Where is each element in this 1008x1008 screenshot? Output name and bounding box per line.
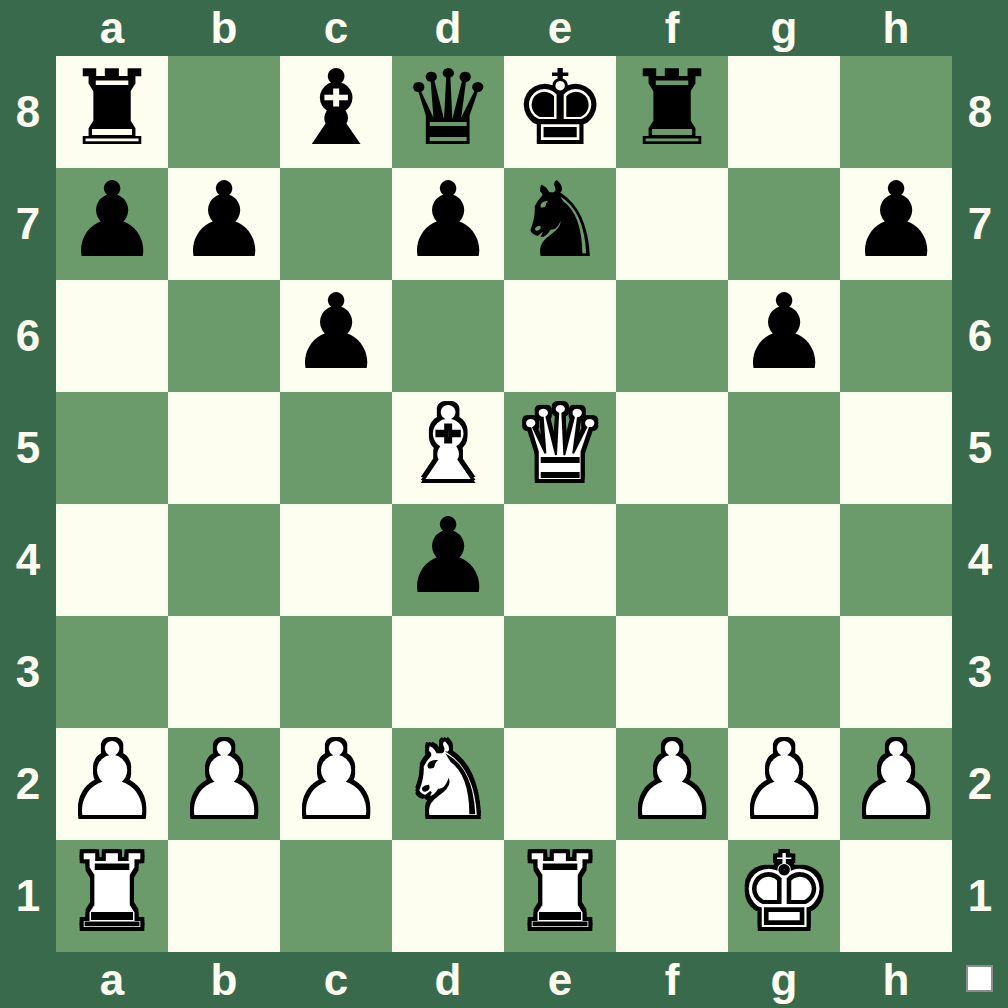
square-c8[interactable]: ♝ <box>280 56 392 168</box>
square-e4[interactable] <box>504 504 616 616</box>
square-g8[interactable] <box>728 56 840 168</box>
square-h4[interactable] <box>840 504 952 616</box>
square-e5[interactable]: ♛ <box>504 392 616 504</box>
file-labels-bottom: abcdefgh <box>56 952 952 1008</box>
piece-black-pawn-d7[interactable]: ♟ <box>401 168 494 272</box>
piece-black-pawn-g6[interactable]: ♟ <box>737 280 830 384</box>
file-label-e: e <box>504 952 616 1008</box>
rank-label-8: 8 <box>0 56 56 168</box>
piece-white-knight-d2[interactable]: ♞ <box>401 728 494 832</box>
rank-label-6: 6 <box>952 280 1008 392</box>
file-label-f: f <box>616 952 728 1008</box>
board: ♜♝♛♚♜♟♟♟♞♟♟♟♝♛♟♟♟♟♞♟♟♟♜♜♚ <box>56 56 952 952</box>
rank-label-7: 7 <box>952 168 1008 280</box>
square-b1[interactable] <box>168 840 280 952</box>
square-g2[interactable]: ♟ <box>728 728 840 840</box>
piece-white-king-g1[interactable]: ♚ <box>737 840 830 944</box>
piece-black-pawn-a7[interactable]: ♟ <box>65 168 158 272</box>
rank-label-3: 3 <box>0 616 56 728</box>
square-a3[interactable] <box>56 616 168 728</box>
square-e7[interactable]: ♞ <box>504 168 616 280</box>
square-f8[interactable]: ♜ <box>616 56 728 168</box>
square-g3[interactable] <box>728 616 840 728</box>
square-g5[interactable] <box>728 392 840 504</box>
file-label-d: d <box>392 952 504 1008</box>
rank-label-5: 5 <box>0 392 56 504</box>
square-c1[interactable] <box>280 840 392 952</box>
chess-diagram: abcdefgh 87654321 ♜♝♛♚♜♟♟♟♞♟♟♟♝♛♟♟♟♟♞♟♟♟… <box>0 0 1008 1008</box>
piece-white-pawn-c2[interactable]: ♟ <box>289 728 382 832</box>
square-e6[interactable] <box>504 280 616 392</box>
file-label-b: b <box>168 952 280 1008</box>
file-label-b: b <box>168 0 280 56</box>
square-f5[interactable] <box>616 392 728 504</box>
square-b5[interactable] <box>168 392 280 504</box>
square-h5[interactable] <box>840 392 952 504</box>
square-a6[interactable] <box>56 280 168 392</box>
file-label-h: h <box>840 952 952 1008</box>
square-d6[interactable] <box>392 280 504 392</box>
square-b4[interactable] <box>168 504 280 616</box>
piece-black-pawn-h7[interactable]: ♟ <box>849 168 942 272</box>
rank-labels-right: 87654321 <box>952 56 1008 952</box>
square-h1[interactable] <box>840 840 952 952</box>
piece-black-rook-a8[interactable]: ♜ <box>65 56 158 160</box>
square-b2[interactable]: ♟ <box>168 728 280 840</box>
square-h6[interactable] <box>840 280 952 392</box>
square-f1[interactable] <box>616 840 728 952</box>
square-d1[interactable] <box>392 840 504 952</box>
square-a2[interactable]: ♟ <box>56 728 168 840</box>
square-h7[interactable]: ♟ <box>840 168 952 280</box>
square-f3[interactable] <box>616 616 728 728</box>
square-c6[interactable]: ♟ <box>280 280 392 392</box>
square-b3[interactable] <box>168 616 280 728</box>
square-e8[interactable]: ♚ <box>504 56 616 168</box>
square-b7[interactable]: ♟ <box>168 168 280 280</box>
rank-labels-left: 87654321 <box>0 56 56 952</box>
file-label-c: c <box>280 952 392 1008</box>
square-d7[interactable]: ♟ <box>392 168 504 280</box>
piece-white-pawn-h2[interactable]: ♟ <box>849 728 942 832</box>
piece-black-bishop-c8[interactable]: ♝ <box>289 56 382 160</box>
square-f2[interactable]: ♟ <box>616 728 728 840</box>
square-b6[interactable] <box>168 280 280 392</box>
square-d8[interactable]: ♛ <box>392 56 504 168</box>
square-a8[interactable]: ♜ <box>56 56 168 168</box>
rank-label-6: 6 <box>0 280 56 392</box>
square-g4[interactable] <box>728 504 840 616</box>
file-labels-top: abcdefgh <box>56 0 952 56</box>
square-a5[interactable] <box>56 392 168 504</box>
square-f7[interactable] <box>616 168 728 280</box>
square-f6[interactable] <box>616 280 728 392</box>
square-c4[interactable] <box>280 504 392 616</box>
square-a4[interactable] <box>56 504 168 616</box>
square-h3[interactable] <box>840 616 952 728</box>
rank-label-2: 2 <box>952 728 1008 840</box>
square-g1[interactable]: ♚ <box>728 840 840 952</box>
white-to-move-indicator <box>966 965 993 992</box>
piece-white-pawn-b2[interactable]: ♟ <box>177 728 270 832</box>
square-f4[interactable] <box>616 504 728 616</box>
square-d4[interactable]: ♟ <box>392 504 504 616</box>
piece-white-pawn-a2[interactable]: ♟ <box>65 728 158 832</box>
square-h2[interactable]: ♟ <box>840 728 952 840</box>
square-b8[interactable] <box>168 56 280 168</box>
square-a7[interactable]: ♟ <box>56 168 168 280</box>
rank-label-1: 1 <box>952 840 1008 952</box>
file-label-g: g <box>728 0 840 56</box>
square-h8[interactable] <box>840 56 952 168</box>
square-a1[interactable]: ♜ <box>56 840 168 952</box>
piece-white-rook-e1[interactable]: ♜ <box>513 840 606 944</box>
square-e3[interactable] <box>504 616 616 728</box>
piece-black-rook-f8[interactable]: ♜ <box>625 56 718 160</box>
rank-label-1: 1 <box>0 840 56 952</box>
square-c2[interactable]: ♟ <box>280 728 392 840</box>
square-g7[interactable] <box>728 168 840 280</box>
piece-black-pawn-d4[interactable]: ♟ <box>401 504 494 608</box>
rank-label-5: 5 <box>952 392 1008 504</box>
piece-black-king-e8[interactable]: ♚ <box>513 56 606 160</box>
square-e1[interactable]: ♜ <box>504 840 616 952</box>
square-d3[interactable] <box>392 616 504 728</box>
rank-label-4: 4 <box>952 504 1008 616</box>
square-d5[interactable]: ♝ <box>392 392 504 504</box>
square-g6[interactable]: ♟ <box>728 280 840 392</box>
piece-white-pawn-g2[interactable]: ♟ <box>737 728 830 832</box>
rank-label-4: 4 <box>0 504 56 616</box>
rank-label-2: 2 <box>0 728 56 840</box>
square-c3[interactable] <box>280 616 392 728</box>
file-label-a: a <box>56 952 168 1008</box>
piece-black-pawn-c6[interactable]: ♟ <box>289 280 382 384</box>
piece-black-pawn-b7[interactable]: ♟ <box>177 168 270 272</box>
piece-white-queen-e5[interactable]: ♛ <box>513 392 606 496</box>
piece-white-rook-a1[interactable]: ♜ <box>65 840 158 944</box>
square-e2[interactable] <box>504 728 616 840</box>
piece-white-bishop-d5[interactable]: ♝ <box>401 392 494 496</box>
file-label-h: h <box>840 0 952 56</box>
rank-label-7: 7 <box>0 168 56 280</box>
square-d2[interactable]: ♞ <box>392 728 504 840</box>
piece-black-knight-e7[interactable]: ♞ <box>513 168 606 272</box>
piece-black-queen-d8[interactable]: ♛ <box>401 56 494 160</box>
file-label-g: g <box>728 952 840 1008</box>
square-c5[interactable] <box>280 392 392 504</box>
piece-white-pawn-f2[interactable]: ♟ <box>625 728 718 832</box>
square-c7[interactable] <box>280 168 392 280</box>
rank-label-8: 8 <box>952 56 1008 168</box>
rank-label-3: 3 <box>952 616 1008 728</box>
